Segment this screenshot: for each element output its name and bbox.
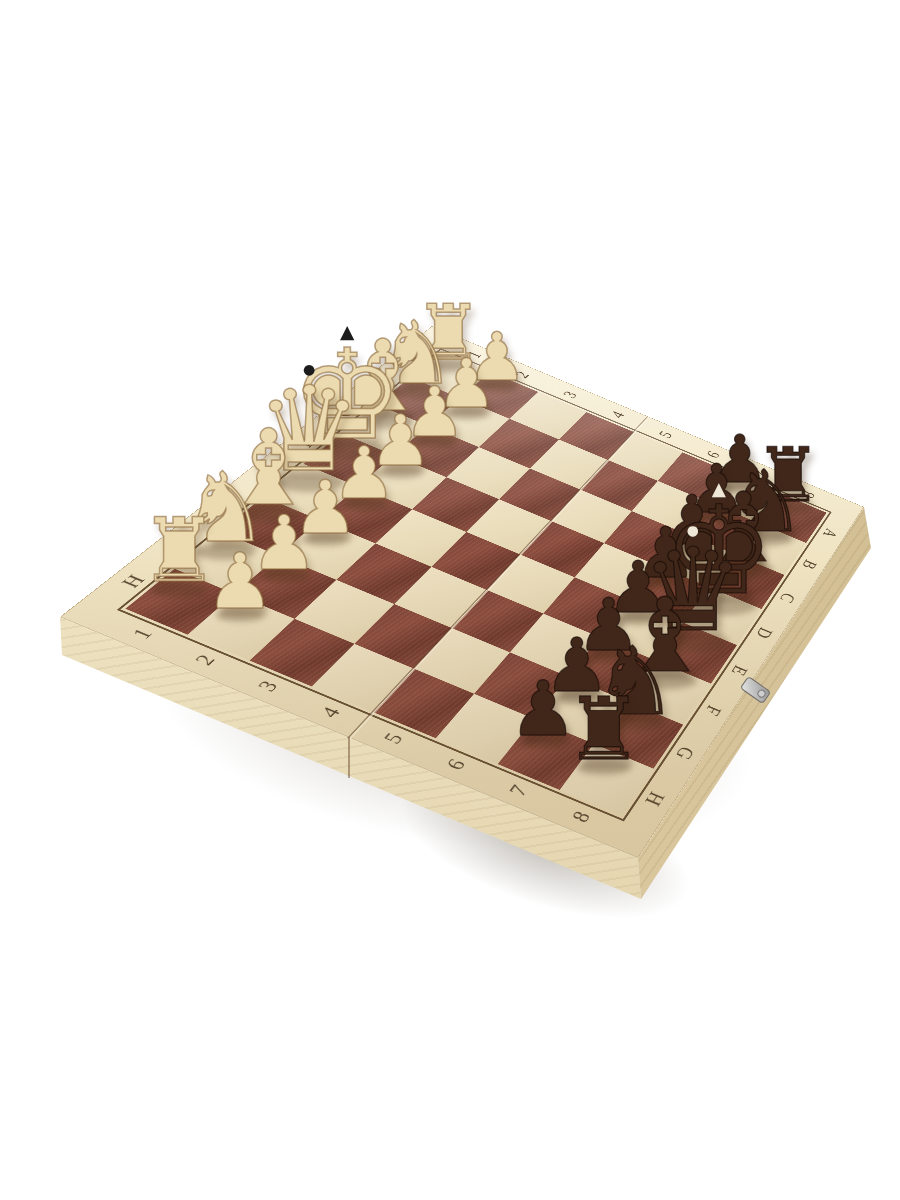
- rank-label-bottom-2: 2: [187, 649, 223, 672]
- file-label-left-G: G: [164, 533, 198, 553]
- rank-label-top-3: 3: [558, 387, 582, 402]
- rank-label-top-5: 5: [654, 427, 677, 442]
- file-label-right-G: G: [671, 742, 700, 764]
- rank-label-bottom-1: 1: [124, 622, 161, 644]
- rank-label-top-4: 4: [606, 407, 630, 422]
- file-label-left-H: H: [115, 571, 151, 592]
- rank-label-bottom-6: 6: [439, 753, 472, 777]
- rank-label-top-8: 8: [797, 487, 819, 503]
- rank-label-top-2: 2: [510, 367, 535, 382]
- file-label-right-H: H: [640, 787, 670, 811]
- fold-seam-side: [348, 737, 350, 778]
- rank-label-top-7: 7: [749, 467, 772, 483]
- rank-label-bottom-8: 8: [565, 804, 597, 829]
- metal-clasp-icon: [740, 676, 772, 704]
- chess-board: 1122334455667788AABBCCDDEEFFGGHH: [60, 326, 864, 858]
- file-label-left-D: D: [293, 433, 323, 450]
- product-photo: 1122334455667788AABBCCDDEEFFGGHH ♜♟♞♟♝♟♚…: [0, 0, 900, 1200]
- file-label-left-C: C: [330, 404, 359, 420]
- rank-label-top-1: 1: [462, 347, 487, 362]
- file-label-right-B: B: [798, 556, 821, 573]
- file-label-left-E: E: [253, 464, 284, 482]
- board-grid: [125, 352, 826, 816]
- white-king-spire-finial: ▲: [340, 323, 354, 342]
- file-label-left-B: B: [366, 377, 393, 393]
- file-label-left-F: F: [210, 498, 243, 517]
- file-label-right-C: C: [776, 589, 800, 607]
- file-label-right-F: F: [700, 700, 727, 721]
- rank-label-bottom-7: 7: [502, 778, 535, 802]
- file-label-left-A: A: [399, 351, 425, 366]
- rank-label-bottom-4: 4: [313, 701, 348, 724]
- rank-label-top-6: 6: [701, 447, 724, 463]
- rank-label-bottom-5: 5: [376, 727, 410, 751]
- file-label-right-D: D: [752, 624, 777, 643]
- file-label-right-A: A: [819, 525, 841, 542]
- white-queen-ball-finial: ●: [303, 362, 315, 376]
- rank-label-bottom-3: 3: [250, 675, 286, 698]
